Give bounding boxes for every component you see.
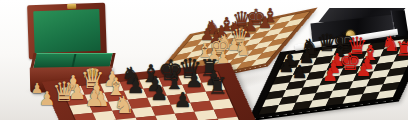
box-lid [27, 3, 107, 60]
brass-latch [67, 4, 76, 9]
board-grid [61, 72, 249, 120]
chess-sets-photo: ♞♝♛♚♝♟♟♞♟♟♟♟♞♛♝♚♟♟♞♟♟♛♟♞♝♚♛♜♟♟♝♟♟♝♟♟♟♟♜♞… [0, 0, 408, 120]
box-lid-felt [33, 9, 100, 53]
board-square [376, 90, 396, 100]
